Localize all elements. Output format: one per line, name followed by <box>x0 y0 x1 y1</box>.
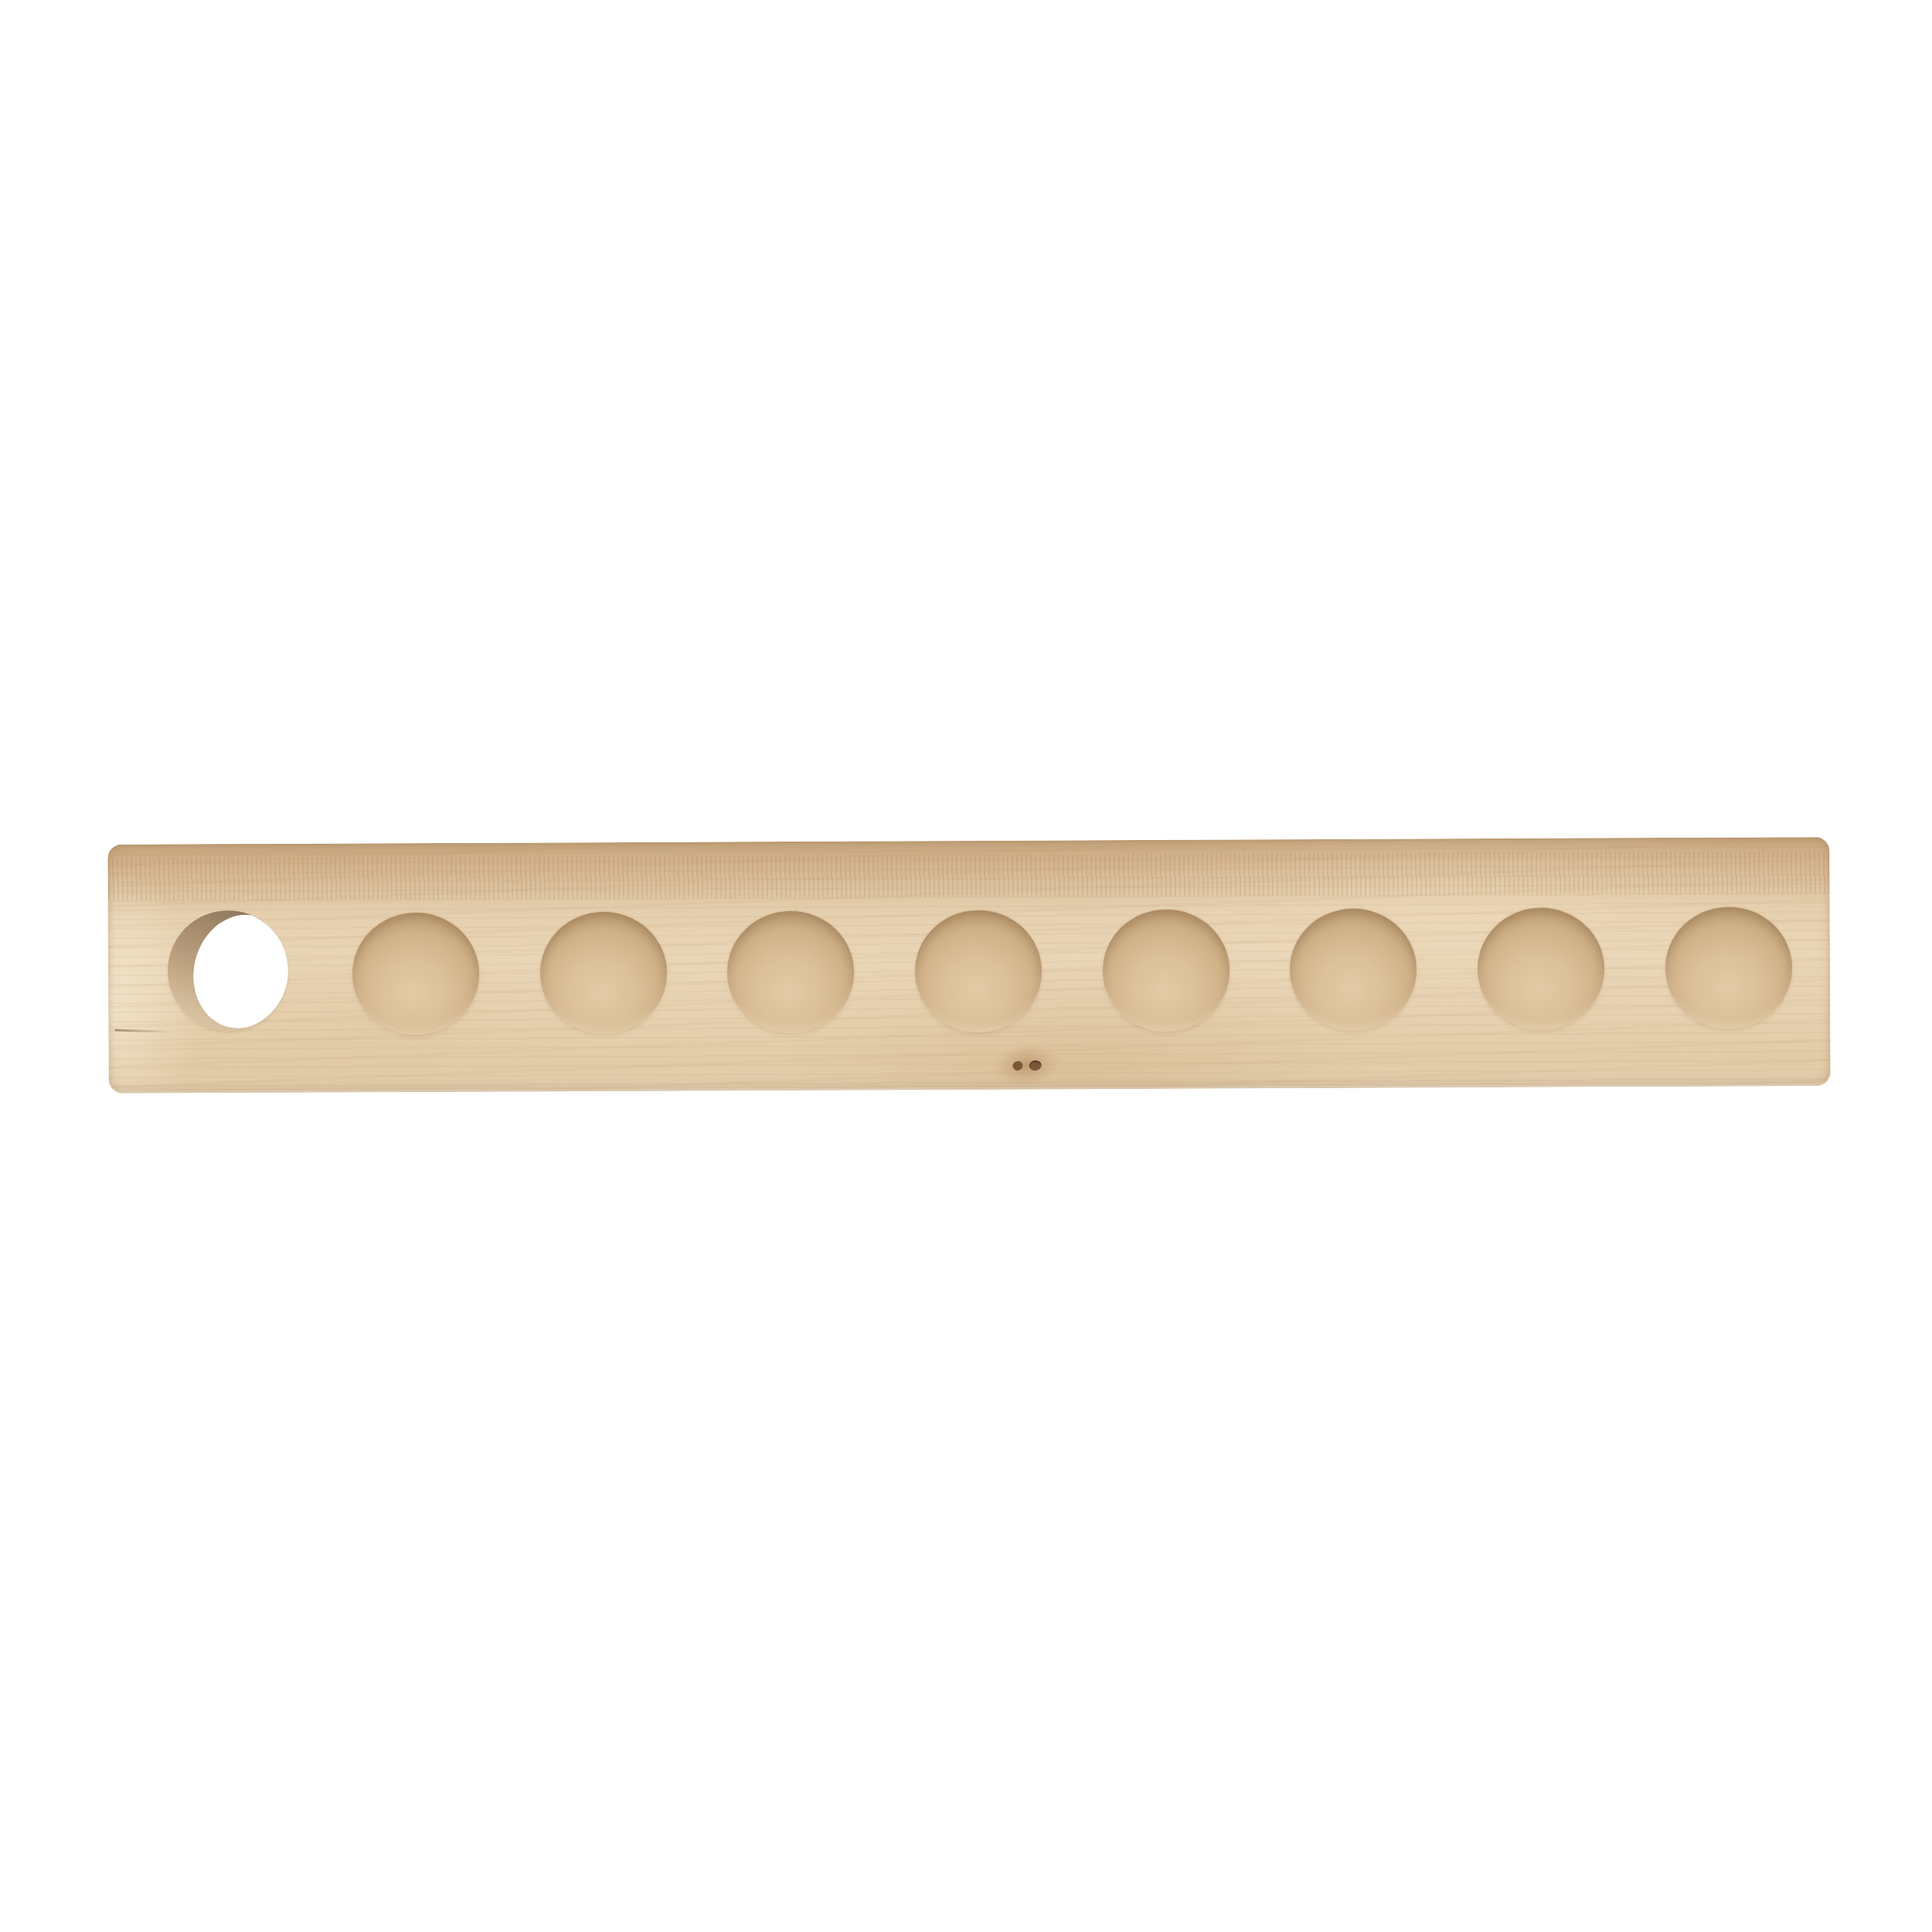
cell-6 <box>1259 838 1447 1088</box>
scene <box>0 0 1932 1932</box>
pit-5[interactable] <box>1102 910 1230 1032</box>
cell-1 <box>321 843 510 1093</box>
knot-pith-dot <box>1012 1060 1023 1071</box>
cell-0 <box>134 844 322 1094</box>
pit-6[interactable] <box>1290 908 1417 1031</box>
knot-pith-dot <box>1029 1060 1043 1071</box>
pit-1[interactable] <box>352 913 480 1036</box>
cell-5 <box>1072 839 1260 1089</box>
cell-2 <box>509 842 698 1092</box>
cell-8 <box>1634 837 1823 1087</box>
hole-through-light <box>182 910 289 1032</box>
pit-4[interactable] <box>915 910 1043 1033</box>
pit-8[interactable] <box>1665 906 1792 1029</box>
cell-3 <box>696 841 885 1090</box>
pit-3[interactable] <box>727 911 855 1034</box>
pit-7[interactable] <box>1478 907 1605 1030</box>
wooden-board <box>107 837 1830 1094</box>
pit-2[interactable] <box>539 912 667 1035</box>
handle-hole <box>168 910 289 1032</box>
cell-7 <box>1447 838 1635 1087</box>
pit-row-grid <box>134 837 1822 1094</box>
